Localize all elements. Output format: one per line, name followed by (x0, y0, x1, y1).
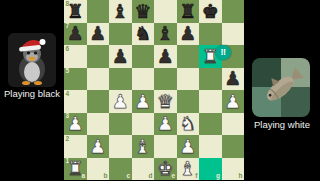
piece-wP-e3: ♟ (154, 113, 177, 136)
file-label-d: d (149, 173, 153, 180)
rank-label-7: 7 (66, 23, 70, 30)
square-f7[interactable]: ♟ (177, 23, 200, 46)
player-black-avatar[interactable] (8, 33, 56, 87)
piece-bP-c6: ♟ (109, 45, 132, 68)
piece-wP-h4: ♟ (222, 90, 245, 113)
square-d6[interactable] (132, 45, 155, 68)
square-a6[interactable]: 6 (64, 45, 87, 68)
square-c3[interactable] (109, 113, 132, 136)
square-c4[interactable]: ♟ (109, 90, 132, 113)
piece-bP-f7: ♟ (177, 23, 200, 46)
file-label-h: h (239, 173, 243, 180)
square-d2[interactable]: ♝ (132, 135, 155, 158)
piece-bP-b7: ♟ (87, 23, 110, 46)
piece-bB-e7: ♝ (154, 23, 177, 46)
rank-label-2: 2 (66, 136, 70, 143)
square-g4[interactable] (199, 90, 222, 113)
file-label-g: g (216, 173, 220, 180)
square-e4[interactable]: ♛ (154, 90, 177, 113)
brilliant-move-badge: !! (216, 45, 231, 60)
square-h2[interactable] (222, 135, 245, 158)
square-b1[interactable]: b (87, 158, 110, 181)
square-a2[interactable]: 2 (64, 135, 87, 158)
square-f6[interactable] (177, 45, 200, 68)
square-e6[interactable]: ♟ (154, 45, 177, 68)
file-label-e: e (171, 173, 175, 180)
square-b6[interactable] (87, 45, 110, 68)
rank-label-3: 3 (66, 113, 70, 120)
rank-label-4: 4 (66, 91, 70, 98)
piece-bN-d7: ♞ (132, 23, 155, 46)
square-a5[interactable]: 5 (64, 68, 87, 91)
chess-board[interactable]: 8♜♝♛♜♚7♟♟♞♝♟6♟♟♜5♟4♟♟♛♟3♟♟♞2♟♝♟1a♜bcde♚f… (64, 0, 244, 180)
file-label-a: a (81, 173, 85, 180)
square-a8[interactable]: 8♜ (64, 0, 87, 23)
square-h3[interactable] (222, 113, 245, 136)
screenshot-root: Playing black 8♜♝♛♜♚7♟♟♞♝♟6♟♟♜5♟4♟♟♛♟3♟♟… (0, 0, 320, 180)
square-e5[interactable] (154, 68, 177, 91)
square-f2[interactable]: ♟ (177, 135, 200, 158)
rank-label-1: 1 (66, 158, 70, 165)
penguin-santa-avatar-icon (8, 33, 56, 87)
piece-bR-f8: ♜ (177, 0, 200, 23)
piece-bP-e6: ♟ (154, 45, 177, 68)
square-e1[interactable]: e♚ (154, 158, 177, 181)
player-white-label: Playing white (244, 119, 320, 130)
square-d4[interactable]: ♟ (132, 90, 155, 113)
square-b4[interactable] (87, 90, 110, 113)
file-label-c: c (126, 173, 130, 180)
rank-label-5: 5 (66, 68, 70, 75)
square-a7[interactable]: 7♟ (64, 23, 87, 46)
square-g2[interactable] (199, 135, 222, 158)
rank-label-6: 6 (66, 46, 70, 53)
square-b8[interactable] (87, 0, 110, 23)
piece-bK-g8: ♚ (199, 0, 222, 23)
square-h5[interactable]: ♟ (222, 68, 245, 91)
rank-label-8: 8 (66, 1, 70, 8)
square-d1[interactable]: d (132, 158, 155, 181)
piece-wN-f3: ♞ (177, 113, 200, 136)
square-h7[interactable] (222, 23, 245, 46)
square-a4[interactable]: 4 (64, 90, 87, 113)
square-b5[interactable] (87, 68, 110, 91)
player-black-panel: Playing black (0, 0, 64, 180)
square-b3[interactable] (87, 113, 110, 136)
player-white-avatar[interactable] (252, 58, 310, 117)
fish-chessboard-avatar-icon (252, 58, 310, 117)
square-e8[interactable] (154, 0, 177, 23)
piece-wP-b2: ♟ (87, 135, 110, 158)
square-e7[interactable]: ♝ (154, 23, 177, 46)
piece-wQ-e4: ♛ (154, 90, 177, 113)
square-g3[interactable] (199, 113, 222, 136)
square-e3[interactable]: ♟ (154, 113, 177, 136)
square-g7[interactable] (199, 23, 222, 46)
square-c2[interactable] (109, 135, 132, 158)
piece-wB-d2: ♝ (132, 135, 155, 158)
square-f1[interactable]: f♝ (177, 158, 200, 181)
piece-wP-c4: ♟ (109, 90, 132, 113)
piece-wP-d4: ♟ (132, 90, 155, 113)
square-d7[interactable]: ♞ (132, 23, 155, 46)
square-b2[interactable]: ♟ (87, 135, 110, 158)
square-c8[interactable]: ♝ (109, 0, 132, 23)
square-h8[interactable] (222, 0, 245, 23)
square-g5[interactable] (199, 68, 222, 91)
square-d3[interactable] (132, 113, 155, 136)
square-d5[interactable] (132, 68, 155, 91)
square-f4[interactable] (177, 90, 200, 113)
piece-bP-h5: ♟ (222, 68, 245, 91)
player-black-label: Playing black (0, 88, 64, 99)
square-f5[interactable] (177, 68, 200, 91)
file-label-b: b (104, 173, 108, 180)
square-d8[interactable]: ♛ (132, 0, 155, 23)
piece-bQ-d8: ♛ (132, 0, 155, 23)
square-h4[interactable]: ♟ (222, 90, 245, 113)
piece-wP-f2: ♟ (177, 135, 200, 158)
square-c1[interactable]: c (109, 158, 132, 181)
piece-bB-c8: ♝ (109, 0, 132, 23)
square-f8[interactable]: ♜ (177, 0, 200, 23)
square-c5[interactable] (109, 68, 132, 91)
square-h1[interactable]: h (222, 158, 245, 181)
square-g1[interactable]: g (199, 158, 222, 181)
square-a3[interactable]: 3♟ (64, 113, 87, 136)
file-label-f: f (195, 173, 197, 180)
square-g8[interactable]: ♚ (199, 0, 222, 23)
square-e2[interactable] (154, 135, 177, 158)
player-white-panel: Playing white (244, 0, 320, 180)
square-f3[interactable]: ♞ (177, 113, 200, 136)
square-c7[interactable] (109, 23, 132, 46)
square-b7[interactable]: ♟ (87, 23, 110, 46)
square-c6[interactable]: ♟ (109, 45, 132, 68)
square-a1[interactable]: 1a♜ (64, 158, 87, 181)
